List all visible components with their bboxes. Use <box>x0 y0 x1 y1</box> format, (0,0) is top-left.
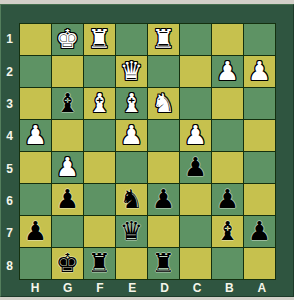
piece-white-king[interactable]: ♚ <box>56 24 79 55</box>
square-a7[interactable]: ♟ <box>244 216 275 247</box>
piece-black-king[interactable]: ♚ <box>56 248 79 279</box>
rank-labels: 12345678 <box>0 23 19 282</box>
square-h8[interactable] <box>20 248 51 279</box>
piece-white-pawn[interactable]: ♟ <box>216 56 239 87</box>
square-g7[interactable] <box>52 216 83 247</box>
piece-black-pawn[interactable]: ♟ <box>248 216 271 247</box>
piece-black-knight[interactable]: ♞ <box>120 184 143 215</box>
piece-black-pawn[interactable]: ♟ <box>152 184 175 215</box>
piece-white-pawn[interactable]: ♟ <box>120 120 143 151</box>
square-b3[interactable] <box>212 88 243 119</box>
square-c3[interactable] <box>180 88 211 119</box>
square-f7[interactable] <box>84 216 115 247</box>
piece-white-pawn[interactable]: ♟ <box>56 152 79 183</box>
square-h4[interactable]: ♟ <box>20 120 51 151</box>
file-label-e: E <box>116 281 148 296</box>
square-b4[interactable] <box>212 120 243 151</box>
square-c1[interactable] <box>180 24 211 55</box>
square-f2[interactable] <box>84 56 115 87</box>
piece-black-bishop[interactable]: ♝ <box>216 216 239 247</box>
square-a6[interactable] <box>244 184 275 215</box>
piece-black-pawn[interactable]: ♟ <box>216 184 239 215</box>
square-b7[interactable]: ♝ <box>212 216 243 247</box>
rank-label-6: 6 <box>0 185 19 217</box>
square-h3[interactable] <box>20 88 51 119</box>
square-c7[interactable] <box>180 216 211 247</box>
square-a4[interactable] <box>244 120 275 151</box>
square-a3[interactable] <box>244 88 275 119</box>
square-e5[interactable] <box>116 152 147 183</box>
square-e4[interactable]: ♟ <box>116 120 147 151</box>
piece-white-rook[interactable]: ♜ <box>152 24 175 55</box>
piece-black-pawn[interactable]: ♟ <box>24 216 47 247</box>
square-g6[interactable]: ♟ <box>52 184 83 215</box>
square-a8[interactable] <box>244 248 275 279</box>
square-a1[interactable] <box>244 24 275 55</box>
square-f3[interactable]: ♝ <box>84 88 115 119</box>
file-label-d: D <box>149 281 181 296</box>
file-label-a: A <box>246 281 278 296</box>
square-c8[interactable] <box>180 248 211 279</box>
piece-white-pawn[interactable]: ♟ <box>184 120 207 151</box>
square-b1[interactable] <box>212 24 243 55</box>
rank-label-8: 8 <box>0 250 19 282</box>
square-d2[interactable] <box>148 56 179 87</box>
file-label-c: C <box>181 281 213 296</box>
square-d3[interactable]: ♞ <box>148 88 179 119</box>
square-e6[interactable]: ♞ <box>116 184 147 215</box>
square-d7[interactable] <box>148 216 179 247</box>
square-d6[interactable]: ♟ <box>148 184 179 215</box>
piece-white-knight[interactable]: ♞ <box>152 88 175 119</box>
rank-label-5: 5 <box>0 153 19 185</box>
rank-label-2: 2 <box>0 55 19 87</box>
rank-label-4: 4 <box>0 120 19 152</box>
piece-white-rook[interactable]: ♜ <box>88 24 111 55</box>
window-edge-top <box>0 0 294 5</box>
square-f4[interactable] <box>84 120 115 151</box>
piece-white-bishop[interactable]: ♝ <box>88 88 111 119</box>
piece-black-pawn[interactable]: ♟ <box>184 152 207 183</box>
square-c4[interactable]: ♟ <box>180 120 211 151</box>
square-g8[interactable]: ♚ <box>52 248 83 279</box>
square-h2[interactable] <box>20 56 51 87</box>
square-g1[interactable]: ♚ <box>52 24 83 55</box>
square-d1[interactable]: ♜ <box>148 24 179 55</box>
square-d8[interactable]: ♜ <box>148 248 179 279</box>
square-b5[interactable] <box>212 152 243 183</box>
piece-white-pawn[interactable]: ♟ <box>24 120 47 151</box>
piece-white-queen[interactable]: ♛ <box>120 56 143 87</box>
piece-black-rook[interactable]: ♜ <box>88 248 111 279</box>
square-h6[interactable] <box>20 184 51 215</box>
square-f1[interactable]: ♜ <box>84 24 115 55</box>
square-b2[interactable]: ♟ <box>212 56 243 87</box>
piece-black-queen[interactable]: ♛ <box>120 216 143 247</box>
square-c6[interactable] <box>180 184 211 215</box>
square-e7[interactable]: ♛ <box>116 216 147 247</box>
square-a5[interactable] <box>244 152 275 183</box>
square-b8[interactable] <box>212 248 243 279</box>
square-g4[interactable] <box>52 120 83 151</box>
square-h1[interactable] <box>20 24 51 55</box>
square-d5[interactable] <box>148 152 179 183</box>
square-a2[interactable]: ♟ <box>244 56 275 87</box>
square-g5[interactable]: ♟ <box>52 152 83 183</box>
board[interactable]: ♚♜♜♛♟♟♝♝♝♞♟♟♟♟♟♟♞♟♟♟♛♝♟♚♜♜ <box>19 23 276 280</box>
square-e3[interactable]: ♝ <box>116 88 147 119</box>
square-h7[interactable]: ♟ <box>20 216 51 247</box>
rank-label-3: 3 <box>0 88 19 120</box>
piece-black-bishop[interactable]: ♝ <box>56 88 79 119</box>
piece-black-rook[interactable]: ♜ <box>152 248 175 279</box>
square-f6[interactable] <box>84 184 115 215</box>
square-f5[interactable] <box>84 152 115 183</box>
square-e2[interactable]: ♛ <box>116 56 147 87</box>
square-c2[interactable] <box>180 56 211 87</box>
rank-label-1: 1 <box>0 23 19 55</box>
square-g3[interactable]: ♝ <box>52 88 83 119</box>
square-c5[interactable]: ♟ <box>180 152 211 183</box>
piece-black-pawn[interactable]: ♟ <box>56 184 79 215</box>
square-b6[interactable]: ♟ <box>212 184 243 215</box>
file-label-h: H <box>19 281 51 296</box>
square-e1[interactable] <box>116 24 147 55</box>
file-label-b: B <box>213 281 245 296</box>
chess-app-window: 12345678 ♚♜♜♛♟♟♝♝♝♞♟♟♟♟♟♟♞♟♟♟♛♝♟♚♜♜ HGFE… <box>0 0 294 300</box>
piece-white-pawn[interactable]: ♟ <box>248 56 271 87</box>
window-edge-bottom <box>0 296 294 300</box>
file-labels: HGFEDCBA <box>19 281 278 296</box>
square-e8[interactable] <box>116 248 147 279</box>
piece-white-bishop[interactable]: ♝ <box>120 88 143 119</box>
square-h5[interactable] <box>20 152 51 183</box>
file-label-g: G <box>51 281 83 296</box>
file-label-f: F <box>84 281 116 296</box>
square-f8[interactable]: ♜ <box>84 248 115 279</box>
square-g2[interactable] <box>52 56 83 87</box>
square-d4[interactable] <box>148 120 179 151</box>
rank-label-7: 7 <box>0 217 19 249</box>
